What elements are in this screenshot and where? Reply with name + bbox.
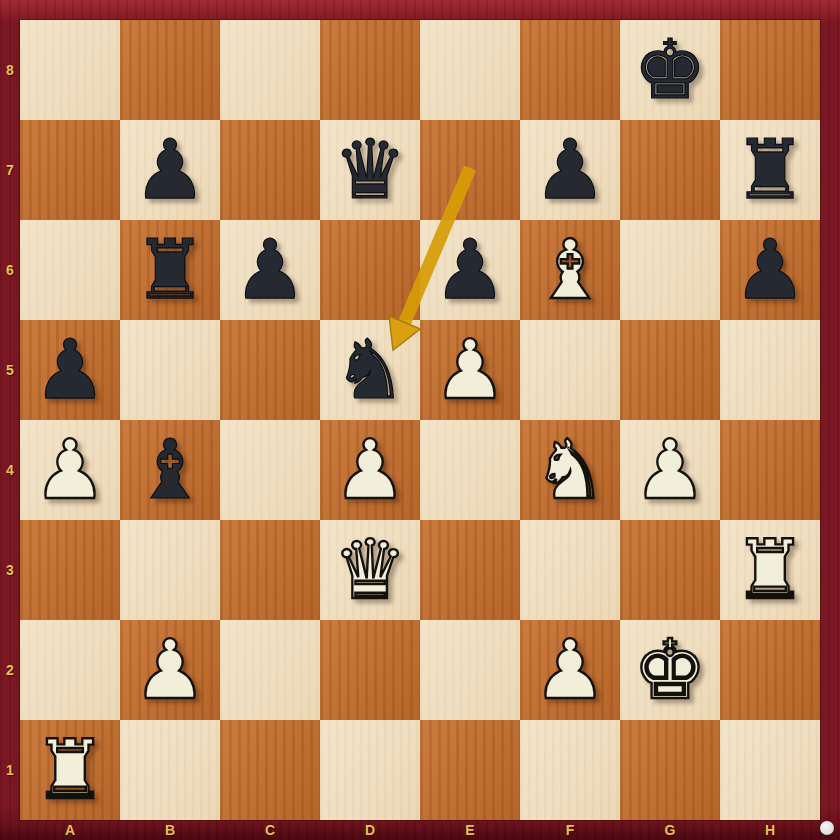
- black-queen[interactable]: ♛: [333, 129, 407, 211]
- white-rook[interactable]: ♜: [33, 729, 107, 811]
- square-a8[interactable]: [20, 20, 120, 120]
- square-b4[interactable]: ♝: [120, 420, 220, 520]
- square-e3[interactable]: [420, 520, 520, 620]
- square-b8[interactable]: [120, 20, 220, 120]
- file-label-c: C: [220, 820, 320, 840]
- black-pawn[interactable]: ♟: [33, 329, 107, 411]
- square-e1[interactable]: [420, 720, 520, 820]
- square-e5[interactable]: ♟: [420, 320, 520, 420]
- chessboard: ♚♟♛♟♜♜♟♟♝♟♟♞♟♟♝♟♞♟♛♜♟♟♚♜: [20, 20, 820, 820]
- square-h4[interactable]: [720, 420, 820, 520]
- file-label-g: G: [620, 820, 720, 840]
- square-h3[interactable]: ♜: [720, 520, 820, 620]
- rank-label-7: 7: [0, 120, 20, 220]
- square-g6[interactable]: [620, 220, 720, 320]
- square-f2[interactable]: ♟: [520, 620, 620, 720]
- white-pawn[interactable]: ♟: [633, 429, 707, 511]
- file-label-e: E: [420, 820, 520, 840]
- file-label-h: H: [720, 820, 820, 840]
- square-g5[interactable]: [620, 320, 720, 420]
- square-a2[interactable]: [20, 620, 120, 720]
- white-bishop[interactable]: ♝: [533, 229, 607, 311]
- square-b3[interactable]: [120, 520, 220, 620]
- square-c6[interactable]: ♟: [220, 220, 320, 320]
- square-d1[interactable]: [320, 720, 420, 820]
- white-queen[interactable]: ♛: [333, 529, 407, 611]
- square-c8[interactable]: [220, 20, 320, 120]
- white-knight[interactable]: ♞: [533, 429, 607, 511]
- black-pawn[interactable]: ♟: [733, 229, 807, 311]
- square-e8[interactable]: [420, 20, 520, 120]
- square-h6[interactable]: ♟: [720, 220, 820, 320]
- rank-label-8: 8: [0, 20, 20, 120]
- black-king[interactable]: ♚: [633, 29, 707, 111]
- black-pawn[interactable]: ♟: [433, 229, 507, 311]
- square-a6[interactable]: [20, 220, 120, 320]
- rank-label-3: 3: [0, 520, 20, 620]
- black-pawn[interactable]: ♟: [233, 229, 307, 311]
- square-a1[interactable]: ♜: [20, 720, 120, 820]
- square-f5[interactable]: [520, 320, 620, 420]
- file-label-b: B: [120, 820, 220, 840]
- square-c5[interactable]: [220, 320, 320, 420]
- file-label-d: D: [320, 820, 420, 840]
- square-d2[interactable]: [320, 620, 420, 720]
- square-d3[interactable]: ♛: [320, 520, 420, 620]
- square-f4[interactable]: ♞: [520, 420, 620, 520]
- square-f7[interactable]: ♟: [520, 120, 620, 220]
- square-a4[interactable]: ♟: [20, 420, 120, 520]
- white-pawn[interactable]: ♟: [333, 429, 407, 511]
- square-c4[interactable]: [220, 420, 320, 520]
- chessboard-frame: ♚♟♛♟♜♜♟♟♝♟♟♞♟♟♝♟♞♟♛♜♟♟♚♜ 87654321ABCDEFG…: [0, 0, 840, 840]
- rank-label-6: 6: [0, 220, 20, 320]
- rank-label-1: 1: [0, 720, 20, 820]
- square-b5[interactable]: [120, 320, 220, 420]
- white-pawn[interactable]: ♟: [133, 629, 207, 711]
- square-h7[interactable]: ♜: [720, 120, 820, 220]
- square-e6[interactable]: ♟: [420, 220, 520, 320]
- square-a5[interactable]: ♟: [20, 320, 120, 420]
- square-f1[interactable]: [520, 720, 620, 820]
- file-label-a: A: [20, 820, 120, 840]
- square-d8[interactable]: [320, 20, 420, 120]
- white-king[interactable]: ♚: [633, 629, 707, 711]
- white-pawn[interactable]: ♟: [433, 329, 507, 411]
- black-knight[interactable]: ♞: [333, 329, 407, 411]
- square-g2[interactable]: ♚: [620, 620, 720, 720]
- square-d4[interactable]: ♟: [320, 420, 420, 520]
- black-rook[interactable]: ♜: [133, 229, 207, 311]
- square-e7[interactable]: [420, 120, 520, 220]
- square-b6[interactable]: ♜: [120, 220, 220, 320]
- square-g1[interactable]: [620, 720, 720, 820]
- rank-label-2: 2: [0, 620, 20, 720]
- square-h2[interactable]: [720, 620, 820, 720]
- square-b2[interactable]: ♟: [120, 620, 220, 720]
- white-pawn[interactable]: ♟: [533, 629, 607, 711]
- square-a7[interactable]: [20, 120, 120, 220]
- black-rook[interactable]: ♜: [733, 129, 807, 211]
- square-c7[interactable]: [220, 120, 320, 220]
- square-d5[interactable]: ♞: [320, 320, 420, 420]
- black-bishop[interactable]: ♝: [133, 429, 207, 511]
- black-pawn[interactable]: ♟: [133, 129, 207, 211]
- square-b7[interactable]: ♟: [120, 120, 220, 220]
- square-h8[interactable]: [720, 20, 820, 120]
- white-pawn[interactable]: ♟: [33, 429, 107, 511]
- square-g7[interactable]: [620, 120, 720, 220]
- side-to-move-indicator: [820, 821, 834, 835]
- square-a3[interactable]: [20, 520, 120, 620]
- white-rook[interactable]: ♜: [733, 529, 807, 611]
- square-d6[interactable]: [320, 220, 420, 320]
- square-f6[interactable]: ♝: [520, 220, 620, 320]
- square-g8[interactable]: ♚: [620, 20, 720, 120]
- square-d7[interactable]: ♛: [320, 120, 420, 220]
- square-f3[interactable]: [520, 520, 620, 620]
- rank-label-5: 5: [0, 320, 20, 420]
- rank-label-4: 4: [0, 420, 20, 520]
- square-e2[interactable]: [420, 620, 520, 720]
- square-h1[interactable]: [720, 720, 820, 820]
- black-pawn[interactable]: ♟: [533, 129, 607, 211]
- square-g4[interactable]: ♟: [620, 420, 720, 520]
- square-c2[interactable]: [220, 620, 320, 720]
- square-h5[interactable]: [720, 320, 820, 420]
- square-b1[interactable]: [120, 720, 220, 820]
- file-label-f: F: [520, 820, 620, 840]
- square-c3[interactable]: [220, 520, 320, 620]
- square-f8[interactable]: [520, 20, 620, 120]
- square-e4[interactable]: [420, 420, 520, 520]
- square-c1[interactable]: [220, 720, 320, 820]
- square-g3[interactable]: [620, 520, 720, 620]
